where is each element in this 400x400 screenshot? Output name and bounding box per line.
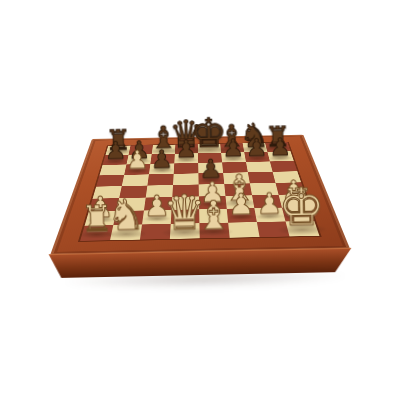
- square-a5[interactable]: [96, 175, 124, 187]
- piece-black-pawn[interactable]: ♟: [222, 136, 244, 160]
- piece-white-pawn[interactable]: ♟: [126, 148, 149, 173]
- piece-white-bishop[interactable]: ♝: [196, 195, 232, 235]
- piece-black-pawn[interactable]: ♟: [175, 137, 197, 161]
- piece-black-pawn[interactable]: ♟: [246, 136, 268, 160]
- square-h6[interactable]: [270, 161, 297, 172]
- pieces-layer: ♜♝♛♚♝♞♜♟♟♟♟♟♟♟♟♟♟♝♟♟♟♟♟♜♜♞♛♝♚: [0, 0, 400, 400]
- square-b5[interactable]: [122, 174, 149, 186]
- photo-stage: ♜♝♛♚♝♞♜♟♟♟♟♟♟♟♟♟♟♝♟♟♟♟♟♜♜♞♛♝♚: [0, 0, 400, 400]
- piece-black-pawn[interactable]: ♟: [269, 135, 291, 159]
- square-a6[interactable]: [99, 164, 126, 175]
- piece-black-pawn[interactable]: ♟: [105, 139, 127, 163]
- piece-black-pawn[interactable]: ♟: [150, 147, 173, 172]
- square-d6[interactable]: [174, 163, 199, 174]
- piece-white-pawn[interactable]: ♟: [228, 190, 254, 219]
- board-scene: ♜♝♛♚♝♞♜♟♟♟♟♟♟♟♟♟♟♝♟♟♟♟♟♜♜♞♛♝♚: [0, 0, 400, 400]
- piece-white-king[interactable]: ♚: [278, 181, 325, 234]
- piece-white-knight[interactable]: ♞: [106, 194, 145, 237]
